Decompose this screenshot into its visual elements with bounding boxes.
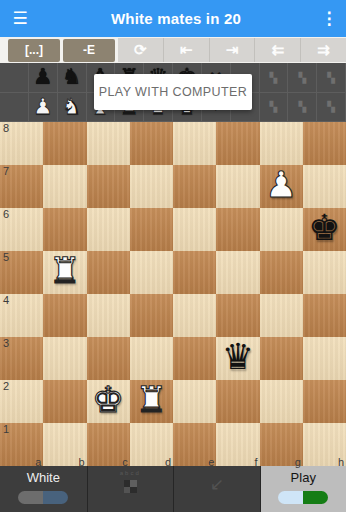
- coordinates-toggle[interactable]: abcd: [87, 466, 174, 512]
- square-b8[interactable]: [43, 122, 86, 165]
- play-toggle-right: [303, 491, 328, 504]
- square-h2[interactable]: [303, 380, 346, 423]
- kebab-menu-icon[interactable]: ⋮: [312, 8, 346, 29]
- white-king[interactable]: ♚: [92, 382, 124, 418]
- square-f7[interactable]: [216, 165, 259, 208]
- file-label-h: h: [338, 456, 344, 468]
- file-label-f: f: [254, 456, 257, 468]
- square-a4[interactable]: 4: [0, 294, 43, 337]
- square-f5[interactable]: [216, 251, 259, 294]
- file-label-c: c: [122, 456, 128, 468]
- rank-label-6: 6: [3, 208, 9, 220]
- move-arrows-toggle[interactable]: ↙: [173, 466, 260, 512]
- square-b2[interactable]: [43, 380, 86, 423]
- palette-tool-icon-glyph: ▚: [298, 72, 306, 83]
- play-toggle-pill[interactable]: [278, 491, 328, 504]
- palette-white-pawn-glyph: ♟: [33, 96, 53, 118]
- square-e8[interactable]: [173, 122, 216, 165]
- nav-button-group: ⟳ ⇤ ⇥ ⇇ ⇉: [118, 38, 346, 62]
- palette-tool-icon-glyph: ▚: [298, 101, 306, 112]
- back-all-icon[interactable]: ⇇: [254, 38, 300, 62]
- square-g2[interactable]: [260, 380, 303, 423]
- square-f6[interactable]: [216, 208, 259, 251]
- square-c4[interactable]: [87, 294, 130, 337]
- app-bar: ☰ White mates in 20 ⋮: [0, 0, 346, 37]
- palette-tool-icon-glyph: ▚: [270, 101, 278, 112]
- square-e6[interactable]: [173, 208, 216, 251]
- square-b6[interactable]: [43, 208, 86, 251]
- square-h6[interactable]: ♚: [303, 208, 346, 251]
- toolbar: [...] -E ⟳ ⇤ ⇥ ⇇ ⇉: [0, 37, 346, 63]
- palette-white-knight[interactable]: ♞: [58, 93, 87, 123]
- square-h5[interactable]: [303, 251, 346, 294]
- square-e1[interactable]: e: [173, 423, 216, 466]
- rank-label-7: 7: [3, 165, 9, 177]
- play-label: Play: [291, 470, 316, 485]
- square-g7[interactable]: ♟: [260, 165, 303, 208]
- rank-label-4: 4: [3, 294, 9, 306]
- palette-tool-icon-glyph: ▚: [327, 101, 335, 112]
- play-with-computer-button[interactable]: PLAY WITH COMPUTER: [94, 74, 252, 110]
- square-g4[interactable]: [260, 294, 303, 337]
- rank-label-5: 5: [3, 251, 9, 263]
- file-label-b: b: [78, 456, 84, 468]
- forward-all-icon[interactable]: ⇉: [300, 38, 346, 62]
- white-pawn[interactable]: ♟: [265, 167, 297, 203]
- engine-button[interactable]: -E: [63, 39, 115, 62]
- white-rook[interactable]: ♜: [49, 253, 81, 289]
- palette-black-knight-glyph: ♞: [62, 66, 82, 88]
- palette-black-pawn[interactable]: ♟: [29, 63, 58, 93]
- side-toggle-right: [43, 491, 68, 504]
- square-a2[interactable]: 2: [0, 380, 43, 423]
- coordinates-caption: abcd: [120, 470, 141, 476]
- play-toggle[interactable]: Play: [260, 466, 346, 512]
- palette-tool-icon[interactable]: ▚: [288, 63, 317, 93]
- file-label-a: a: [35, 456, 41, 468]
- square-g8[interactable]: [260, 122, 303, 165]
- square-a6[interactable]: 6: [0, 208, 43, 251]
- palette-white-knight-glyph: ♞: [62, 96, 82, 118]
- palette-tool-icon[interactable]: ▚: [317, 93, 346, 123]
- square-d2[interactable]: ♜: [130, 380, 173, 423]
- square-c3[interactable]: [87, 337, 130, 380]
- square-g6[interactable]: [260, 208, 303, 251]
- rank-label-3: 3: [3, 337, 9, 349]
- mini-board-icon: [124, 480, 137, 493]
- palette-tool-icon-glyph: ▚: [327, 72, 335, 83]
- side-toggle-left: [18, 491, 43, 504]
- square-e5[interactable]: [173, 251, 216, 294]
- square-h1[interactable]: h: [303, 423, 346, 466]
- square-f2[interactable]: [216, 380, 259, 423]
- go-to-start-icon[interactable]: ⇤: [163, 38, 209, 62]
- square-b5[interactable]: ♜: [43, 251, 86, 294]
- side-to-move-toggle[interactable]: White: [0, 466, 87, 512]
- chess-board: 87♟6♚5♜43♛2♚♜1abcdefgh: [0, 122, 346, 466]
- square-d3[interactable]: [130, 337, 173, 380]
- file-label-d: d: [165, 456, 171, 468]
- file-label-e: e: [208, 456, 214, 468]
- square-a3[interactable]: 3: [0, 337, 43, 380]
- square-f4[interactable]: [216, 294, 259, 337]
- square-b4[interactable]: [43, 294, 86, 337]
- square-c8[interactable]: [87, 122, 130, 165]
- square-b1[interactable]: b: [43, 423, 86, 466]
- square-h7[interactable]: [303, 165, 346, 208]
- square-c2[interactable]: ♚: [87, 380, 130, 423]
- rank-label-2: 2: [3, 380, 9, 392]
- palette-black-pawn-glyph: ♟: [33, 66, 53, 88]
- square-d8[interactable]: [130, 122, 173, 165]
- palette-tool-icon-glyph: ▚: [270, 72, 278, 83]
- square-a7[interactable]: 7: [0, 165, 43, 208]
- variations-button[interactable]: [...]: [8, 39, 60, 62]
- palette-white-pawn[interactable]: ♟: [29, 93, 58, 123]
- square-a5[interactable]: 5: [0, 251, 43, 294]
- square-e2[interactable]: [173, 380, 216, 423]
- palette-empty-cell[interactable]: [0, 93, 29, 123]
- rotate-board-icon[interactable]: ⟳: [118, 38, 163, 62]
- palette-black-knight[interactable]: ♞: [58, 63, 87, 93]
- square-d6[interactable]: [130, 208, 173, 251]
- square-h4[interactable]: [303, 294, 346, 337]
- palette-tool-icon[interactable]: ▚: [260, 63, 289, 93]
- square-c7[interactable]: [87, 165, 130, 208]
- square-b7[interactable]: [43, 165, 86, 208]
- palette-tool-icon[interactable]: ▚: [317, 63, 346, 93]
- side-toggle-pill[interactable]: [18, 491, 68, 504]
- square-e4[interactable]: [173, 294, 216, 337]
- square-h3[interactable]: [303, 337, 346, 380]
- square-g1[interactable]: g: [260, 423, 303, 466]
- square-f8[interactable]: [216, 122, 259, 165]
- square-d7[interactable]: [130, 165, 173, 208]
- square-g3[interactable]: [260, 337, 303, 380]
- square-b3[interactable]: [43, 337, 86, 380]
- square-a8[interactable]: 8: [0, 122, 43, 165]
- page-title: White mates in 20: [40, 10, 312, 27]
- square-e3[interactable]: [173, 337, 216, 380]
- move-arrow-icon: ↙: [210, 476, 224, 493]
- go-to-end-icon[interactable]: ⇥: [209, 38, 255, 62]
- palette-empty-cell[interactable]: [0, 63, 29, 93]
- square-g5[interactable]: [260, 251, 303, 294]
- white-rook[interactable]: ♜: [135, 382, 167, 418]
- file-label-g: g: [295, 456, 301, 468]
- square-h8[interactable]: [303, 122, 346, 165]
- side-to-move-label: White: [27, 470, 60, 485]
- bottom-bar: White abcd ↙ Play: [0, 466, 346, 512]
- play-toggle-left: [278, 491, 303, 504]
- black-queen[interactable]: ♛: [222, 339, 254, 375]
- palette-tool-icon[interactable]: ▚: [288, 93, 317, 123]
- square-c6[interactable]: [87, 208, 130, 251]
- rank-label-8: 8: [3, 122, 9, 134]
- square-c5[interactable]: [87, 251, 130, 294]
- square-c1[interactable]: c: [87, 423, 130, 466]
- palette-tool-icon[interactable]: ▚: [260, 93, 289, 123]
- square-d1[interactable]: d: [130, 423, 173, 466]
- square-d5[interactable]: [130, 251, 173, 294]
- black-king[interactable]: ♚: [308, 210, 340, 246]
- square-d4[interactable]: [130, 294, 173, 337]
- square-e7[interactable]: [173, 165, 216, 208]
- hamburger-icon[interactable]: ☰: [0, 8, 40, 29]
- square-a1[interactable]: 1a: [0, 423, 43, 466]
- square-f1[interactable]: f: [216, 423, 259, 466]
- square-f3[interactable]: ♛: [216, 337, 259, 380]
- rank-label-1: 1: [3, 423, 9, 435]
